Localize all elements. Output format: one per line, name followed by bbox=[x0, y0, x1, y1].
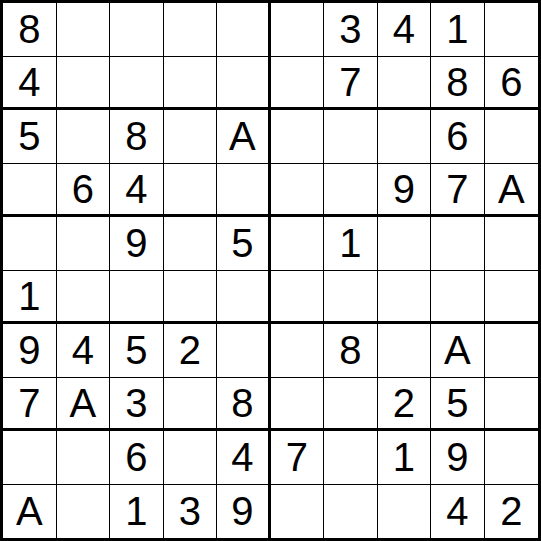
cell-r9c6[interactable]: 7 bbox=[271, 431, 325, 485]
cell-r3c9[interactable]: 6 bbox=[431, 110, 485, 164]
cell-r2c8[interactable] bbox=[378, 57, 432, 111]
cell-r5c3[interactable]: 9 bbox=[110, 217, 164, 271]
cell-r10c3[interactable]: 1 bbox=[110, 485, 164, 539]
cell-r9c10[interactable] bbox=[485, 431, 539, 485]
cell-r7c1[interactable]: 9 bbox=[3, 324, 57, 378]
cell-r7c10[interactable] bbox=[485, 324, 539, 378]
cell-r10c5[interactable]: 9 bbox=[217, 485, 271, 539]
cell-r3c1[interactable]: 5 bbox=[3, 110, 57, 164]
cell-r5c5[interactable]: 5 bbox=[217, 217, 271, 271]
cell-r2c2[interactable] bbox=[57, 57, 111, 111]
cell-r5c1[interactable] bbox=[3, 217, 57, 271]
cell-r4c1[interactable] bbox=[3, 164, 57, 218]
cell-r9c9[interactable]: 9 bbox=[431, 431, 485, 485]
cell-r3c10[interactable] bbox=[485, 110, 539, 164]
cell-r2c7[interactable]: 7 bbox=[324, 57, 378, 111]
cell-r4c2[interactable]: 6 bbox=[57, 164, 111, 218]
cell-r9c2[interactable] bbox=[57, 431, 111, 485]
cell-r7c9[interactable]: A bbox=[431, 324, 485, 378]
cell-r8c5[interactable]: 8 bbox=[217, 378, 271, 432]
cell-r8c1[interactable]: 7 bbox=[3, 378, 57, 432]
cell-r4c8[interactable]: 9 bbox=[378, 164, 432, 218]
cell-r6c2[interactable] bbox=[57, 271, 111, 325]
cell-r1c4[interactable] bbox=[164, 3, 218, 57]
cell-r4c5[interactable] bbox=[217, 164, 271, 218]
cell-r4c6[interactable] bbox=[271, 164, 325, 218]
cell-r3c6[interactable] bbox=[271, 110, 325, 164]
cell-r9c4[interactable] bbox=[164, 431, 218, 485]
cell-r5c10[interactable] bbox=[485, 217, 539, 271]
cell-r7c3[interactable]: 5 bbox=[110, 324, 164, 378]
cell-r10c1[interactable]: A bbox=[3, 485, 57, 539]
cell-r4c10[interactable]: A bbox=[485, 164, 539, 218]
cell-r1c6[interactable] bbox=[271, 3, 325, 57]
cell-r3c2[interactable] bbox=[57, 110, 111, 164]
cell-r2c6[interactable] bbox=[271, 57, 325, 111]
cell-r7c7[interactable]: 8 bbox=[324, 324, 378, 378]
cell-r1c2[interactable] bbox=[57, 3, 111, 57]
cell-r3c3[interactable]: 8 bbox=[110, 110, 164, 164]
cell-r9c1[interactable] bbox=[3, 431, 57, 485]
cell-r6c10[interactable] bbox=[485, 271, 539, 325]
cell-r10c8[interactable] bbox=[378, 485, 432, 539]
cell-r2c9[interactable]: 8 bbox=[431, 57, 485, 111]
cell-r8c8[interactable]: 2 bbox=[378, 378, 432, 432]
cell-r5c2[interactable] bbox=[57, 217, 111, 271]
cell-r9c7[interactable] bbox=[324, 431, 378, 485]
cell-r2c4[interactable] bbox=[164, 57, 218, 111]
cell-r8c2[interactable]: A bbox=[57, 378, 111, 432]
cell-r7c6[interactable] bbox=[271, 324, 325, 378]
cell-r8c6[interactable] bbox=[271, 378, 325, 432]
cell-r1c3[interactable] bbox=[110, 3, 164, 57]
cell-r7c2[interactable]: 4 bbox=[57, 324, 111, 378]
sudoku-page: 8341478658A66497A951194528A7A382564719A1… bbox=[0, 0, 541, 541]
cell-r5c4[interactable] bbox=[164, 217, 218, 271]
cell-r4c9[interactable]: 7 bbox=[431, 164, 485, 218]
sudoku-board: 8341478658A66497A951194528A7A382564719A1… bbox=[0, 0, 541, 541]
cell-r1c8[interactable]: 4 bbox=[378, 3, 432, 57]
cell-r6c4[interactable] bbox=[164, 271, 218, 325]
cell-r7c8[interactable] bbox=[378, 324, 432, 378]
cell-r3c4[interactable] bbox=[164, 110, 218, 164]
cell-r6c1[interactable]: 1 bbox=[3, 271, 57, 325]
cell-r1c7[interactable]: 3 bbox=[324, 3, 378, 57]
cell-r8c7[interactable] bbox=[324, 378, 378, 432]
cell-r10c7[interactable] bbox=[324, 485, 378, 539]
cell-r6c3[interactable] bbox=[110, 271, 164, 325]
cell-r8c10[interactable] bbox=[485, 378, 539, 432]
cell-r7c4[interactable]: 2 bbox=[164, 324, 218, 378]
cell-r1c9[interactable]: 1 bbox=[431, 3, 485, 57]
cell-r8c3[interactable]: 3 bbox=[110, 378, 164, 432]
cell-r8c4[interactable] bbox=[164, 378, 218, 432]
cell-r5c7[interactable]: 1 bbox=[324, 217, 378, 271]
cell-r4c3[interactable]: 4 bbox=[110, 164, 164, 218]
cell-r10c10[interactable]: 2 bbox=[485, 485, 539, 539]
cell-r4c7[interactable] bbox=[324, 164, 378, 218]
cell-r1c1[interactable]: 8 bbox=[3, 3, 57, 57]
cell-r10c9[interactable]: 4 bbox=[431, 485, 485, 539]
cell-r5c6[interactable] bbox=[271, 217, 325, 271]
cell-r1c5[interactable] bbox=[217, 3, 271, 57]
cell-r9c5[interactable]: 4 bbox=[217, 431, 271, 485]
cell-r2c5[interactable] bbox=[217, 57, 271, 111]
cell-r10c2[interactable] bbox=[57, 485, 111, 539]
cell-r6c9[interactable] bbox=[431, 271, 485, 325]
cell-r5c8[interactable] bbox=[378, 217, 432, 271]
cell-r3c5[interactable]: A bbox=[217, 110, 271, 164]
cell-r10c6[interactable] bbox=[271, 485, 325, 539]
cell-r2c3[interactable] bbox=[110, 57, 164, 111]
cell-r6c6[interactable] bbox=[271, 271, 325, 325]
cell-r5c9[interactable] bbox=[431, 217, 485, 271]
cell-r1c10[interactable] bbox=[485, 3, 539, 57]
cell-r6c7[interactable] bbox=[324, 271, 378, 325]
cell-r10c4[interactable]: 3 bbox=[164, 485, 218, 539]
cell-r6c8[interactable] bbox=[378, 271, 432, 325]
cell-r9c3[interactable]: 6 bbox=[110, 431, 164, 485]
cell-r2c1[interactable]: 4 bbox=[3, 57, 57, 111]
cell-r9c8[interactable]: 1 bbox=[378, 431, 432, 485]
cell-r3c7[interactable] bbox=[324, 110, 378, 164]
cell-r7c5[interactable] bbox=[217, 324, 271, 378]
cell-r8c9[interactable]: 5 bbox=[431, 378, 485, 432]
cell-r3c8[interactable] bbox=[378, 110, 432, 164]
cell-r6c5[interactable] bbox=[217, 271, 271, 325]
cell-r2c10[interactable]: 6 bbox=[485, 57, 539, 111]
cell-r4c4[interactable] bbox=[164, 164, 218, 218]
